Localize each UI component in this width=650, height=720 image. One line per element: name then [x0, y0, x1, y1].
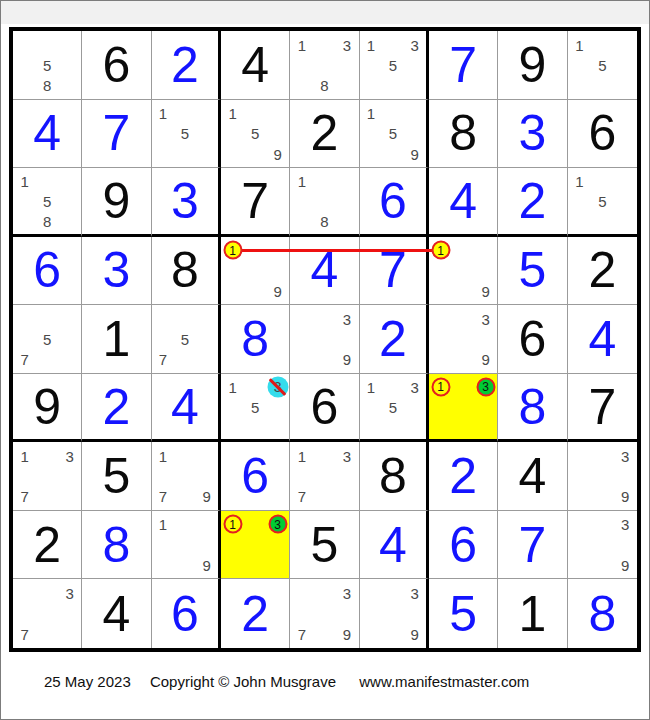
sudoku-cell-r3c3[interactable]: 3 — [152, 168, 221, 237]
sudoku-cell-r8c1[interactable]: 2 — [13, 511, 82, 580]
sudoku-cell-r3c1[interactable]: 158 — [13, 168, 82, 237]
sudoku-cell-r4c4[interactable]: 91 — [221, 237, 290, 306]
circled-candidate: 1 — [431, 377, 450, 396]
pencil-mark: 9 — [343, 627, 351, 642]
solved-digit: 7 — [360, 237, 426, 305]
sudoku-cell-r3c2[interactable]: 9 — [82, 168, 151, 237]
sudoku-cell-r9c4[interactable]: 2 — [221, 579, 290, 648]
given-digit: 9 — [13, 374, 81, 440]
sudoku-cell-r9c9[interactable]: 8 — [568, 579, 637, 648]
pencil-mark: 7 — [20, 352, 28, 367]
pencil-mark: 1 — [20, 448, 28, 463]
pencil-mark: 8 — [320, 78, 328, 93]
circled-candidate: 3 — [268, 515, 287, 534]
pencil-mark: 1 — [575, 174, 583, 189]
pencil-mark: 7 — [159, 489, 167, 504]
solved-digit: 6 — [13, 237, 81, 305]
pencil-mark: 3 — [482, 311, 490, 326]
pencil-mark: 9 — [482, 352, 490, 367]
solved-digit: 8 — [568, 579, 637, 648]
pencil-mark: 3 — [343, 311, 351, 326]
circled-candidate: 3 — [476, 377, 495, 396]
solved-digit: 8 — [221, 305, 289, 373]
sudoku-cell-r2c5[interactable]: 2 — [290, 100, 359, 169]
pencil-mark: 3 — [343, 586, 351, 601]
sudoku-cell-r4c2[interactable]: 3 — [82, 237, 151, 306]
circled-candidate: 1 — [223, 241, 242, 260]
sudoku-cell-r2c7[interactable]: 8 — [429, 100, 498, 169]
sudoku-cell-r3c5[interactable]: 18 — [290, 168, 359, 237]
sudoku-cell-r4c3[interactable]: 8 — [152, 237, 221, 306]
solved-digit: 3 — [82, 237, 150, 305]
pencil-mark: 5 — [598, 57, 606, 72]
solved-digit: 7 — [429, 31, 497, 99]
given-digit: 4 — [498, 442, 566, 510]
sudoku-cell-r4c6[interactable]: 7 — [360, 237, 429, 306]
sudoku-cell-r1c8[interactable]: 9 — [498, 31, 567, 100]
sudoku-cell-r3c4[interactable]: 7 — [221, 168, 290, 237]
pencil-mark: 8 — [43, 213, 51, 228]
pencil-mark: 9 — [203, 557, 211, 572]
pencil-mark: 5 — [389, 126, 397, 141]
pencil-mark: 3 — [621, 448, 629, 463]
given-digit: 6 — [498, 305, 566, 373]
solved-digit: 6 — [360, 168, 426, 234]
solved-digit: 5 — [498, 237, 566, 305]
pencil-mark: 9 — [343, 352, 351, 367]
solved-digit: 4 — [568, 305, 637, 373]
pencil-mark: 5 — [43, 193, 51, 208]
sudoku-cell-r1c2[interactable]: 6 — [82, 31, 151, 100]
sudoku-cell-r9c6[interactable]: 39 — [360, 579, 429, 648]
solved-digit: 8 — [82, 511, 150, 579]
pencil-mark: 9 — [411, 146, 419, 161]
pencil-mark: 7 — [20, 627, 28, 642]
given-digit: 6 — [290, 374, 358, 440]
sudoku-cell-r7c8[interactable]: 4 — [498, 442, 567, 511]
sudoku-cell-r2c1[interactable]: 4 — [13, 100, 82, 169]
pencil-mark: 7 — [159, 352, 167, 367]
sudoku-cell-r5c8[interactable]: 6 — [498, 305, 567, 374]
sudoku-cell-r9c3[interactable]: 6 — [152, 579, 221, 648]
footer: 25 May 2023 Copyright © John Musgrave ww… — [44, 673, 529, 690]
pencil-mark: 5 — [598, 193, 606, 208]
pencil-mark: 9 — [274, 283, 282, 298]
pencil-mark: 1 — [159, 448, 167, 463]
pencil-mark: 1 — [159, 106, 167, 121]
sudoku-cell-r8c4[interactable]: 13 — [221, 511, 290, 580]
pencil-mark: 5 — [181, 331, 189, 346]
sudoku-cell-r6c9[interactable]: 7 — [568, 374, 637, 443]
pencil-mark: 3 — [66, 448, 74, 463]
solved-digit: 4 — [13, 100, 81, 168]
sudoku-cell-r6c4[interactable]: 153 — [221, 374, 290, 443]
pencil-mark: 7 — [298, 627, 306, 642]
sudoku-cell-r6c5[interactable]: 6 — [290, 374, 359, 443]
sudoku-cell-r4c7[interactable]: 91 — [429, 237, 498, 306]
sudoku-cell-r9c2[interactable]: 4 — [82, 579, 151, 648]
solved-digit: 2 — [429, 442, 497, 510]
pencil-mark: 5 — [251, 399, 259, 414]
pencil-mark: 9 — [203, 489, 211, 504]
given-digit: 9 — [82, 168, 150, 234]
sudoku-cell-r7c2[interactable]: 5 — [82, 442, 151, 511]
sudoku-cell-r5c1[interactable]: 57 — [13, 305, 82, 374]
pencil-mark: 7 — [298, 489, 306, 504]
sudoku-cell-r2c4[interactable]: 159 — [221, 100, 290, 169]
circled-candidate: 1 — [223, 515, 242, 534]
solved-digit: 5 — [429, 579, 497, 648]
footer-date: 25 May 2023 — [44, 673, 131, 690]
eliminated-candidate: 3 — [267, 376, 288, 397]
sudoku-cell-r7c1[interactable]: 137 — [13, 442, 82, 511]
pencil-mark: 9 — [274, 146, 282, 161]
sudoku-cell-r3c7[interactable]: 4 — [429, 168, 498, 237]
solved-digit: 2 — [152, 31, 218, 99]
chain-line — [233, 249, 441, 252]
given-digit: 5 — [82, 442, 150, 510]
sudoku-cell-r5c9[interactable]: 4 — [568, 305, 637, 374]
footer-copyright: Copyright © John Musgrave — [150, 673, 336, 690]
sudoku-cell-r8c8[interactable]: 7 — [498, 511, 567, 580]
sudoku-cell-r2c2[interactable]: 7 — [82, 100, 151, 169]
sudoku-cell-r9c1[interactable]: 37 — [13, 579, 82, 648]
given-digit: 9 — [498, 31, 566, 99]
circled-candidate: 1 — [431, 241, 450, 260]
given-digit: 7 — [568, 374, 637, 440]
solved-digit: 8 — [498, 374, 566, 440]
pencil-mark: 1 — [298, 174, 306, 189]
sudoku-cell-r6c6[interactable]: 135 — [360, 374, 429, 443]
solved-digit: 2 — [360, 305, 426, 373]
solved-digit: 2 — [221, 579, 289, 648]
sudoku-cell-r3c8[interactable]: 2 — [498, 168, 567, 237]
sudoku-board: 5862413813579154715159215983615893718642… — [9, 27, 641, 652]
elimination-slash-icon — [269, 378, 287, 396]
sudoku-cell-r8c3[interactable]: 19 — [152, 511, 221, 580]
solved-digit: 6 — [221, 442, 289, 510]
sudoku-cell-r4c1[interactable]: 6 — [13, 237, 82, 306]
pencil-mark: 5 — [389, 57, 397, 72]
pencil-mark: 3 — [343, 37, 351, 52]
sudoku-cell-r6c3[interactable]: 4 — [152, 374, 221, 443]
solved-digit: 2 — [498, 168, 566, 234]
sudoku-cell-r9c7[interactable]: 5 — [429, 579, 498, 648]
sudoku-cell-r5c4[interactable]: 8 — [221, 305, 290, 374]
solved-digit: 4 — [152, 374, 218, 440]
solved-digit: 3 — [152, 168, 218, 234]
sudoku-cell-r1c7[interactable]: 7 — [429, 31, 498, 100]
given-digit: 1 — [498, 579, 566, 648]
pencil-mark: 9 — [621, 489, 629, 504]
pencil-mark: 1 — [367, 379, 375, 394]
pencil-mark: 5 — [389, 399, 397, 414]
sudoku-cell-r1c6[interactable]: 135 — [360, 31, 429, 100]
solved-digit: 6 — [152, 579, 218, 648]
sudoku-cell-r9c5[interactable]: 379 — [290, 579, 359, 648]
pencil-mark: 1 — [367, 106, 375, 121]
sudoku-cell-r5c3[interactable]: 57 — [152, 305, 221, 374]
sudoku-cell-r7c4[interactable]: 6 — [221, 442, 290, 511]
pencil-mark: 9 — [411, 627, 419, 642]
sudoku-cell-r2c9[interactable]: 6 — [568, 100, 637, 169]
sudoku-cell-r5c2[interactable]: 1 — [82, 305, 151, 374]
given-digit: 8 — [429, 100, 497, 168]
pencil-mark: 5 — [43, 57, 51, 72]
sudoku-cell-r4c8[interactable]: 5 — [498, 237, 567, 306]
pencil-mark: 1 — [20, 174, 28, 189]
sudoku-cell-r1c4[interactable]: 4 — [221, 31, 290, 100]
sudoku-cell-r5c6[interactable]: 2 — [360, 305, 429, 374]
app-window: 5862413813579154715159215983615893718642… — [0, 0, 650, 720]
solved-digit: 4 — [360, 511, 426, 579]
solved-digit: 4 — [290, 237, 358, 305]
sudoku-cell-r2c8[interactable]: 3 — [498, 100, 567, 169]
sudoku-cell-r3c6[interactable]: 6 — [360, 168, 429, 237]
sudoku-cell-r5c7[interactable]: 39 — [429, 305, 498, 374]
given-digit: 4 — [82, 579, 150, 648]
given-digit: 2 — [290, 100, 358, 168]
sudoku-cell-r1c1[interactable]: 58 — [13, 31, 82, 100]
sudoku-cell-r4c5[interactable]: 4 — [290, 237, 359, 306]
given-digit: 6 — [82, 31, 150, 99]
pencil-mark: 9 — [482, 283, 490, 298]
sudoku-cell-r8c9[interactable]: 39 — [568, 511, 637, 580]
solved-digit: 7 — [82, 100, 150, 168]
sudoku-cell-r8c7[interactable]: 6 — [429, 511, 498, 580]
sudoku-cell-r2c3[interactable]: 15 — [152, 100, 221, 169]
sudoku-cell-r6c8[interactable]: 8 — [498, 374, 567, 443]
pencil-mark: 3 — [343, 448, 351, 463]
given-digit: 4 — [221, 31, 289, 99]
sudoku-cell-r6c2[interactable]: 2 — [82, 374, 151, 443]
pencil-mark: 5 — [251, 126, 259, 141]
sudoku-cell-r9c8[interactable]: 1 — [498, 579, 567, 648]
sudoku-cell-r3c9[interactable]: 15 — [568, 168, 637, 237]
pencil-mark: 1 — [298, 37, 306, 52]
sudoku-cell-r5c5[interactable]: 39 — [290, 305, 359, 374]
sudoku-cell-r6c7[interactable]: 13 — [429, 374, 498, 443]
sudoku-cell-r1c9[interactable]: 15 — [568, 31, 637, 100]
given-digit: 7 — [221, 168, 289, 234]
solved-digit: 3 — [498, 100, 566, 168]
given-digit: 8 — [360, 442, 426, 510]
given-digit: 2 — [13, 511, 81, 579]
pencil-mark: 3 — [66, 586, 74, 601]
given-digit: 1 — [82, 305, 150, 373]
title-bar — [1, 1, 649, 24]
pencil-mark: 5 — [181, 126, 189, 141]
sudoku-cell-r4c9[interactable]: 2 — [568, 237, 637, 306]
pencil-mark: 5 — [43, 331, 51, 346]
sudoku-cell-r2c6[interactable]: 159 — [360, 100, 429, 169]
solved-digit: 4 — [429, 168, 497, 234]
sudoku-cell-r1c5[interactable]: 138 — [290, 31, 359, 100]
given-digit: 6 — [568, 100, 637, 168]
pencil-mark: 3 — [411, 37, 419, 52]
pencil-mark: 7 — [20, 489, 28, 504]
pencil-mark: 3 — [621, 517, 629, 532]
sudoku-cell-r8c6[interactable]: 4 — [360, 511, 429, 580]
sudoku-cell-r7c9[interactable]: 39 — [568, 442, 637, 511]
footer-website: www.manifestmaster.com — [359, 673, 529, 690]
solved-digit: 7 — [498, 511, 566, 579]
pencil-mark: 1 — [228, 106, 236, 121]
sudoku-cell-r7c6[interactable]: 8 — [360, 442, 429, 511]
pencil-mark: 1 — [298, 448, 306, 463]
given-digit: 8 — [152, 237, 218, 305]
pencil-mark: 1 — [159, 517, 167, 532]
given-digit: 2 — [568, 237, 637, 305]
solved-digit: 2 — [82, 374, 150, 440]
sudoku-cell-r8c2[interactable]: 8 — [82, 511, 151, 580]
sudoku-cell-r7c5[interactable]: 137 — [290, 442, 359, 511]
pencil-mark: 1 — [575, 37, 583, 52]
sudoku-cell-r7c3[interactable]: 179 — [152, 442, 221, 511]
sudoku-cell-r8c5[interactable]: 5 — [290, 511, 359, 580]
given-digit: 5 — [290, 511, 358, 579]
sudoku-grid: 5862413813579154715159215983615893718642… — [13, 31, 637, 648]
solved-digit: 6 — [429, 511, 497, 579]
pencil-mark: 9 — [621, 557, 629, 572]
sudoku-cell-r6c1[interactable]: 9 — [13, 374, 82, 443]
pencil-mark: 3 — [411, 586, 419, 601]
sudoku-cell-r7c7[interactable]: 2 — [429, 442, 498, 511]
pencil-mark: 1 — [228, 379, 236, 394]
pencil-mark: 3 — [411, 379, 419, 394]
pencil-mark: 1 — [367, 37, 375, 52]
pencil-mark: 8 — [320, 213, 328, 228]
pencil-mark: 8 — [43, 78, 51, 93]
sudoku-cell-r1c3[interactable]: 2 — [152, 31, 221, 100]
